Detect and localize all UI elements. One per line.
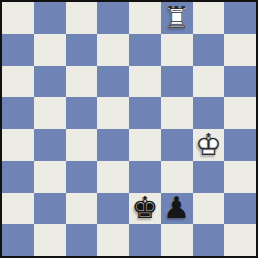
square-f7[interactable] bbox=[161, 34, 193, 66]
square-g3[interactable] bbox=[193, 161, 225, 193]
square-b7[interactable] bbox=[34, 34, 66, 66]
square-f1[interactable] bbox=[161, 224, 193, 256]
square-c2[interactable] bbox=[66, 193, 98, 225]
square-h4[interactable] bbox=[224, 129, 256, 161]
black-king-glyph: ♚ bbox=[129, 193, 161, 225]
square-a4[interactable] bbox=[2, 129, 34, 161]
square-c8[interactable] bbox=[66, 2, 98, 34]
square-a1[interactable] bbox=[2, 224, 34, 256]
square-b6[interactable] bbox=[34, 66, 66, 98]
black-pawn[interactable]: ♟ bbox=[161, 193, 193, 225]
square-c1[interactable] bbox=[66, 224, 98, 256]
square-d5[interactable] bbox=[97, 97, 129, 129]
square-d2[interactable] bbox=[97, 193, 129, 225]
square-f8[interactable]: ♜♖ bbox=[161, 2, 193, 34]
square-e3[interactable] bbox=[129, 161, 161, 193]
square-b5[interactable] bbox=[34, 97, 66, 129]
square-g7[interactable] bbox=[193, 34, 225, 66]
square-d1[interactable] bbox=[97, 224, 129, 256]
square-a8[interactable] bbox=[2, 2, 34, 34]
white-king-outline-icon: ♔ bbox=[193, 129, 225, 161]
black-pawn-glyph: ♟ bbox=[161, 193, 193, 225]
square-d6[interactable] bbox=[97, 66, 129, 98]
square-c7[interactable] bbox=[66, 34, 98, 66]
square-e7[interactable] bbox=[129, 34, 161, 66]
square-d3[interactable] bbox=[97, 161, 129, 193]
square-f4[interactable] bbox=[161, 129, 193, 161]
square-a3[interactable] bbox=[2, 161, 34, 193]
square-b1[interactable] bbox=[34, 224, 66, 256]
square-b4[interactable] bbox=[34, 129, 66, 161]
white-rook-outline-icon: ♖ bbox=[161, 2, 193, 34]
square-g6[interactable] bbox=[193, 66, 225, 98]
square-d7[interactable] bbox=[97, 34, 129, 66]
square-h7[interactable] bbox=[224, 34, 256, 66]
square-g8[interactable] bbox=[193, 2, 225, 34]
square-b8[interactable] bbox=[34, 2, 66, 34]
square-d8[interactable] bbox=[97, 2, 129, 34]
square-g1[interactable] bbox=[193, 224, 225, 256]
square-a5[interactable] bbox=[2, 97, 34, 129]
square-e8[interactable] bbox=[129, 2, 161, 34]
square-e1[interactable] bbox=[129, 224, 161, 256]
square-h1[interactable] bbox=[224, 224, 256, 256]
black-king[interactable]: ♚ bbox=[129, 193, 161, 225]
square-e2[interactable]: ♚ bbox=[129, 193, 161, 225]
white-rook[interactable]: ♜♖ bbox=[161, 2, 193, 34]
square-c3[interactable] bbox=[66, 161, 98, 193]
square-f2[interactable]: ♟ bbox=[161, 193, 193, 225]
square-b3[interactable] bbox=[34, 161, 66, 193]
square-b2[interactable] bbox=[34, 193, 66, 225]
square-f6[interactable] bbox=[161, 66, 193, 98]
square-d4[interactable] bbox=[97, 129, 129, 161]
square-g5[interactable] bbox=[193, 97, 225, 129]
square-h8[interactable] bbox=[224, 2, 256, 34]
square-c5[interactable] bbox=[66, 97, 98, 129]
square-f3[interactable] bbox=[161, 161, 193, 193]
square-e6[interactable] bbox=[129, 66, 161, 98]
square-f5[interactable] bbox=[161, 97, 193, 129]
square-h2[interactable] bbox=[224, 193, 256, 225]
square-e4[interactable] bbox=[129, 129, 161, 161]
square-h6[interactable] bbox=[224, 66, 256, 98]
square-g4[interactable]: ♚♔ bbox=[193, 129, 225, 161]
square-e5[interactable] bbox=[129, 97, 161, 129]
square-c4[interactable] bbox=[66, 129, 98, 161]
square-h3[interactable] bbox=[224, 161, 256, 193]
square-a7[interactable] bbox=[2, 34, 34, 66]
square-h5[interactable] bbox=[224, 97, 256, 129]
white-king[interactable]: ♚♔ bbox=[193, 129, 225, 161]
square-g2[interactable] bbox=[193, 193, 225, 225]
chess-board: ♜♖♚♔♚♟ bbox=[0, 0, 258, 258]
square-a2[interactable] bbox=[2, 193, 34, 225]
square-c6[interactable] bbox=[66, 66, 98, 98]
square-a6[interactable] bbox=[2, 66, 34, 98]
